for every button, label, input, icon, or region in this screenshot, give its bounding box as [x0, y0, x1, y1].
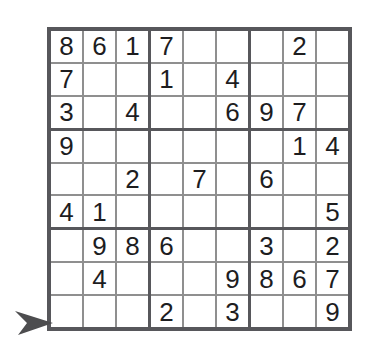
cell-r2c1[interactable]: 7: [51, 64, 82, 95]
cell-r4c5[interactable]: [184, 131, 215, 162]
cell-r1c1[interactable]: 8: [51, 31, 82, 62]
cell-r6c9[interactable]: 5: [317, 196, 348, 227]
cell-r8c9[interactable]: 7: [317, 263, 348, 294]
cell-r5c4[interactable]: [151, 164, 182, 195]
cell-r4c9[interactable]: 4: [317, 131, 348, 162]
box-6: 1465: [251, 131, 348, 228]
cell-r4c3[interactable]: [117, 131, 148, 162]
cell-r6c4[interactable]: [151, 196, 182, 227]
box-9: 328679: [251, 230, 348, 327]
cell-r1c7[interactable]: [251, 31, 282, 62]
cell-r3c1[interactable]: 3: [51, 97, 82, 128]
cell-r6c7[interactable]: [251, 196, 282, 227]
cell-r8c5[interactable]: [184, 263, 215, 294]
cell-r9c1[interactable]: [51, 296, 82, 327]
cell-r3c3[interactable]: 4: [117, 97, 148, 128]
cell-r1c6[interactable]: [217, 31, 248, 62]
cell-r9c2[interactable]: [84, 296, 115, 327]
cell-r9c7[interactable]: [251, 296, 282, 327]
box-2: 7146: [151, 31, 248, 128]
cell-r7c4[interactable]: 6: [151, 230, 182, 261]
cell-r7c5[interactable]: [184, 230, 215, 261]
cell-r6c5[interactable]: [184, 196, 215, 227]
cell-r3c9[interactable]: [317, 97, 348, 128]
cell-r6c1[interactable]: 4: [51, 196, 82, 227]
cell-r8c6[interactable]: 9: [217, 263, 248, 294]
cell-r1c2[interactable]: 6: [84, 31, 115, 62]
cell-r8c2[interactable]: 4: [84, 263, 115, 294]
cell-r5c5[interactable]: 7: [184, 164, 215, 195]
cell-r4c6[interactable]: [217, 131, 248, 162]
cell-r6c3[interactable]: [117, 196, 148, 227]
cell-r8c4[interactable]: [151, 263, 182, 294]
sudoku-board: 86173471462979241714659846923328679: [47, 27, 352, 331]
cell-r2c4[interactable]: 1: [151, 64, 182, 95]
cell-r6c2[interactable]: 1: [84, 196, 115, 227]
cell-r3c6[interactable]: 6: [217, 97, 248, 128]
cell-r9c6[interactable]: 3: [217, 296, 248, 327]
cell-r3c5[interactable]: [184, 97, 215, 128]
cell-r3c8[interactable]: 7: [284, 97, 315, 128]
cell-r4c7[interactable]: [251, 131, 282, 162]
box-1: 861734: [51, 31, 148, 128]
cell-r1c8[interactable]: 2: [284, 31, 315, 62]
cell-r7c9[interactable]: 2: [317, 230, 348, 261]
cell-r3c2[interactable]: [84, 97, 115, 128]
cell-r8c1[interactable]: [51, 263, 82, 294]
cell-r3c4[interactable]: [151, 97, 182, 128]
box-8: 6923: [151, 230, 248, 327]
cell-r4c1[interactable]: 9: [51, 131, 82, 162]
cell-r5c1[interactable]: [51, 164, 82, 195]
cell-r2c2[interactable]: [84, 64, 115, 95]
cell-r6c8[interactable]: [284, 196, 315, 227]
cell-r7c2[interactable]: 9: [84, 230, 115, 261]
cell-r2c3[interactable]: [117, 64, 148, 95]
box-5: 7: [151, 131, 248, 228]
cell-r2c5[interactable]: [184, 64, 215, 95]
cell-r1c4[interactable]: 7: [151, 31, 182, 62]
cell-r5c6[interactable]: [217, 164, 248, 195]
cell-r9c3[interactable]: [117, 296, 148, 327]
cell-r4c2[interactable]: [84, 131, 115, 162]
cell-r8c7[interactable]: 8: [251, 263, 282, 294]
cell-r9c9[interactable]: 9: [317, 296, 348, 327]
cell-r2c6[interactable]: 4: [217, 64, 248, 95]
sudoku-diagram: 86173471462979241714659846923328679: [0, 0, 381, 359]
cell-r5c2[interactable]: [84, 164, 115, 195]
cell-r9c8[interactable]: [284, 296, 315, 327]
cell-r4c4[interactable]: [151, 131, 182, 162]
cell-r4c8[interactable]: 1: [284, 131, 315, 162]
cell-r5c7[interactable]: 6: [251, 164, 282, 195]
cell-r5c8[interactable]: [284, 164, 315, 195]
cell-r5c3[interactable]: 2: [117, 164, 148, 195]
cell-r7c3[interactable]: 8: [117, 230, 148, 261]
box-4: 9241: [51, 131, 148, 228]
right-arrowhead-shape: [15, 311, 53, 335]
cell-r2c8[interactable]: [284, 64, 315, 95]
cell-r9c4[interactable]: 2: [151, 296, 182, 327]
cell-r3c7[interactable]: 9: [251, 97, 282, 128]
cell-r7c6[interactable]: [217, 230, 248, 261]
cell-r8c3[interactable]: [117, 263, 148, 294]
box-3: 297: [251, 31, 348, 128]
cell-r7c1[interactable]: [51, 230, 82, 261]
cell-r7c7[interactable]: 3: [251, 230, 282, 261]
cell-r1c9[interactable]: [317, 31, 348, 62]
cell-r2c7[interactable]: [251, 64, 282, 95]
cell-r2c9[interactable]: [317, 64, 348, 95]
cell-r9c5[interactable]: [184, 296, 215, 327]
cell-r5c9[interactable]: [317, 164, 348, 195]
cell-r8c8[interactable]: 6: [284, 263, 315, 294]
cell-r1c5[interactable]: [184, 31, 215, 62]
cell-r6c6[interactable]: [217, 196, 248, 227]
cell-r1c3[interactable]: 1: [117, 31, 148, 62]
box-7: 984: [51, 230, 148, 327]
right-arrowhead-icon: [15, 309, 55, 337]
cell-r7c8[interactable]: [284, 230, 315, 261]
